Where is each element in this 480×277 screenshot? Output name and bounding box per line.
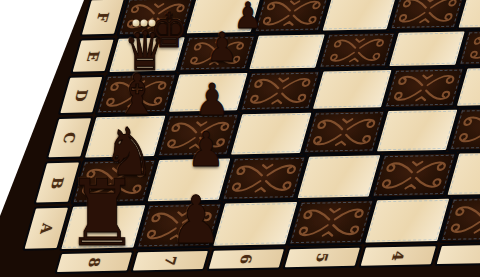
piece-black-king-e8: ♚	[150, 6, 188, 54]
piece-black-pawn-b7: ♟	[187, 125, 225, 173]
rank-label-5: 5	[281, 245, 364, 271]
square-b4	[370, 152, 458, 199]
square-b6	[220, 155, 308, 202]
carved-rosette-icon	[385, 69, 464, 108]
square-c4	[374, 108, 460, 154]
carved-rosette-icon	[319, 33, 394, 68]
carved-rosette-icon	[289, 200, 373, 244]
square-f5	[320, 0, 399, 33]
square-c5	[301, 109, 387, 155]
square-f6	[252, 0, 331, 34]
piece-black-pawn-a7: ♟	[170, 188, 222, 254]
carved-rosette-icon	[304, 111, 384, 153]
rank-label-cut	[433, 241, 480, 267]
square-d6	[238, 69, 322, 112]
queen-crown-balls	[133, 19, 156, 26]
chess-board-photo: FEDCBA87654 ♜♞♝♛♚♟♟♟♟♟	[0, 0, 480, 277]
square-f4	[388, 0, 467, 31]
piece-black-pawn-e7: ♟	[234, 0, 262, 34]
carved-rosette-icon	[373, 154, 456, 197]
carved-rosette-icon	[241, 72, 320, 111]
carved-rosette-icon	[255, 0, 329, 32]
carved-rosette-icon	[223, 157, 306, 200]
square-d5	[310, 68, 394, 111]
square-b5	[295, 153, 383, 200]
square-e4	[387, 29, 468, 68]
square-a5	[287, 198, 376, 246]
piece-black-knight-b8: ♞	[103, 120, 155, 186]
square-e5	[317, 31, 398, 70]
square-e6	[247, 32, 328, 71]
piece-black-pawn-c7: ♟	[195, 78, 230, 122]
rank-label-4: 4	[357, 243, 440, 269]
square-c6	[228, 111, 314, 157]
square-a4	[363, 197, 452, 245]
square-a6	[211, 200, 300, 248]
square-d4	[382, 66, 466, 109]
carved-rosette-icon	[391, 0, 465, 29]
